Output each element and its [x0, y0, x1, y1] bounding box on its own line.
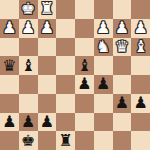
black-queen-a5: ♛ [2, 58, 16, 74]
square-e1[interactable] [75, 131, 94, 150]
square-g3[interactable]: ♟ [113, 94, 132, 113]
square-g2[interactable] [113, 113, 132, 132]
square-h8[interactable] [131, 0, 150, 19]
square-h7[interactable]: ♟ [131, 19, 150, 38]
square-c2[interactable]: ♟ [38, 113, 57, 132]
square-f5[interactable] [94, 56, 113, 75]
square-a4[interactable] [0, 75, 19, 94]
square-g1[interactable] [113, 131, 132, 150]
square-c5[interactable] [38, 56, 57, 75]
square-g8[interactable] [113, 0, 132, 19]
black-rook-d1: ♜ [58, 133, 72, 149]
square-b3[interactable] [19, 94, 38, 113]
white-queen-g6: ♛ [115, 39, 129, 55]
square-h4[interactable] [131, 75, 150, 94]
square-b2[interactable]: ♟ [19, 113, 38, 132]
black-bishop-e5: ♝ [77, 58, 91, 74]
square-f2[interactable] [94, 113, 113, 132]
square-g4[interactable] [113, 75, 132, 94]
square-c3[interactable] [38, 94, 57, 113]
square-a6[interactable] [0, 38, 19, 57]
square-e3[interactable] [75, 94, 94, 113]
square-g6[interactable]: ♛ [113, 38, 132, 57]
square-d8[interactable] [56, 0, 75, 19]
square-d1[interactable]: ♜ [56, 131, 75, 150]
white-pawn-g7: ♟ [115, 20, 129, 36]
chess-board: ♚♜♟♟♟♟♟♟♞♛♝♛♝♝♟♟♟♟♟♟♟♚♜ [0, 0, 150, 150]
square-c7[interactable]: ♟ [38, 19, 57, 38]
square-c1[interactable] [38, 131, 57, 150]
black-bishop-b5: ♝ [21, 58, 35, 74]
black-pawn-f4: ♟ [96, 76, 110, 92]
square-g5[interactable] [113, 56, 132, 75]
black-pawn-e4: ♟ [77, 76, 91, 92]
square-a8[interactable] [0, 0, 19, 19]
square-c8[interactable]: ♜ [38, 0, 57, 19]
square-e7[interactable] [75, 19, 94, 38]
square-f1[interactable] [94, 131, 113, 150]
black-pawn-g3: ♟ [115, 95, 129, 111]
square-b6[interactable] [19, 38, 38, 57]
white-king-b8: ♚ [21, 1, 35, 17]
white-pawn-c7: ♟ [40, 20, 54, 36]
white-pawn-b7: ♟ [21, 20, 35, 36]
black-pawn-c2: ♟ [40, 114, 54, 130]
square-f6[interactable]: ♞ [94, 38, 113, 57]
square-d3[interactable] [56, 94, 75, 113]
square-a3[interactable] [0, 94, 19, 113]
square-b8[interactable]: ♚ [19, 0, 38, 19]
square-a1[interactable] [0, 131, 19, 150]
white-pawn-f7: ♟ [96, 20, 110, 36]
square-b7[interactable]: ♟ [19, 19, 38, 38]
white-pawn-h7: ♟ [133, 20, 147, 36]
square-f4[interactable]: ♟ [94, 75, 113, 94]
square-f7[interactable]: ♟ [94, 19, 113, 38]
white-rook-c8: ♜ [40, 1, 54, 17]
white-pawn-a7: ♟ [2, 20, 16, 36]
square-c4[interactable] [38, 75, 57, 94]
white-bishop-h6: ♝ [133, 39, 147, 55]
square-e4[interactable]: ♟ [75, 75, 94, 94]
square-d5[interactable] [56, 56, 75, 75]
square-b1[interactable]: ♚ [19, 131, 38, 150]
white-knight-f6: ♞ [96, 39, 110, 55]
square-f3[interactable] [94, 94, 113, 113]
square-g7[interactable]: ♟ [113, 19, 132, 38]
square-b4[interactable] [19, 75, 38, 94]
square-h5[interactable] [131, 56, 150, 75]
square-h2[interactable] [131, 113, 150, 132]
black-king-b1: ♚ [21, 133, 35, 149]
square-h3[interactable]: ♟ [131, 94, 150, 113]
square-a5[interactable]: ♛ [0, 56, 19, 75]
square-d6[interactable] [56, 38, 75, 57]
square-b5[interactable]: ♝ [19, 56, 38, 75]
square-d7[interactable] [56, 19, 75, 38]
black-pawn-b2: ♟ [21, 114, 35, 130]
square-d4[interactable] [56, 75, 75, 94]
black-pawn-a2: ♟ [2, 114, 16, 130]
square-a2[interactable]: ♟ [0, 113, 19, 132]
square-e6[interactable] [75, 38, 94, 57]
square-e2[interactable] [75, 113, 94, 132]
square-d2[interactable] [56, 113, 75, 132]
square-c6[interactable] [38, 38, 57, 57]
square-h1[interactable] [131, 131, 150, 150]
square-a7[interactable]: ♟ [0, 19, 19, 38]
black-pawn-h3: ♟ [133, 95, 147, 111]
square-e8[interactable] [75, 0, 94, 19]
square-e5[interactable]: ♝ [75, 56, 94, 75]
square-h6[interactable]: ♝ [131, 38, 150, 57]
square-f8[interactable] [94, 0, 113, 19]
